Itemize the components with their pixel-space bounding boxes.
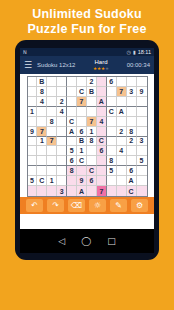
- cell-r8c8[interactable]: 6: [97, 146, 107, 156]
- cell-r1c1[interactable]: [28, 77, 38, 87]
- cell-r9c6[interactable]: C: [77, 156, 87, 166]
- home-icon[interactable]: ◯: [81, 237, 91, 246]
- hint-button[interactable]: ☼: [89, 199, 106, 212]
- cell-r7c1[interactable]: [28, 137, 38, 147]
- cell-r12c4[interactable]: 3: [57, 186, 67, 196]
- cell-r3c2[interactable]: 4: [37, 97, 47, 107]
- cell-r7c11[interactable]: 2: [127, 137, 137, 147]
- difficulty-label: Hard: [75, 59, 126, 65]
- cell-r10c8[interactable]: [97, 166, 107, 176]
- cell-r12c7[interactable]: [87, 186, 97, 196]
- cell-r7c8[interactable]: C: [97, 137, 107, 147]
- cell-r11c10[interactable]: [117, 176, 127, 186]
- cell-r11c11[interactable]: A: [127, 176, 137, 186]
- back-icon[interactable]: ◁: [58, 237, 65, 246]
- app-title: Sudoku 12x12: [37, 62, 75, 68]
- cell-r3c12[interactable]: [137, 97, 147, 107]
- hamburger-menu-icon[interactable]: ☰: [24, 61, 32, 70]
- cell-r7c2[interactable]: 1: [37, 137, 47, 147]
- cell-r3c6[interactable]: 7: [77, 97, 87, 107]
- cell-r7c3[interactable]: 7: [47, 137, 57, 147]
- cell-r2c1[interactable]: [28, 87, 38, 97]
- cell-r1c12[interactable]: [137, 77, 147, 87]
- cell-r4c5[interactable]: [67, 107, 77, 117]
- cell-r3c7[interactable]: [87, 97, 97, 107]
- cell-r10c7[interactable]: C: [87, 166, 97, 176]
- cell-r1c5[interactable]: [67, 77, 77, 87]
- cell-r1c7[interactable]: 2: [87, 77, 97, 87]
- cell-r8c9[interactable]: [107, 146, 117, 156]
- erase-button[interactable]: ⌫: [68, 199, 85, 212]
- cell-r1c2[interactable]: B: [37, 77, 47, 87]
- cell-r10c4[interactable]: [57, 166, 67, 176]
- cell-r1c11[interactable]: [127, 77, 137, 87]
- cell-r12c6[interactable]: A: [77, 186, 87, 196]
- cell-r2c11[interactable]: 3: [127, 87, 137, 97]
- cell-r11c7[interactable]: 6: [87, 176, 97, 186]
- cell-r9c12[interactable]: 5: [137, 156, 147, 166]
- notes-button[interactable]: ✎: [110, 199, 127, 212]
- cell-r2c4[interactable]: [57, 87, 67, 97]
- cell-r7c4[interactable]: [57, 137, 67, 147]
- cell-r12c2[interactable]: [37, 186, 47, 196]
- cell-r3c5[interactable]: [67, 97, 77, 107]
- cell-r8c5[interactable]: 5: [67, 146, 77, 156]
- cell-r9c9[interactable]: 8: [107, 156, 117, 166]
- cell-r11c12[interactable]: [137, 176, 147, 186]
- cell-r12c12[interactable]: [137, 186, 147, 196]
- cell-r2c8[interactable]: [97, 87, 107, 97]
- cell-r7c12[interactable]: 3: [137, 137, 147, 147]
- star-empty-icon: ★: [105, 66, 109, 71]
- cell-r9c3[interactable]: [47, 156, 57, 166]
- cell-r2c5[interactable]: [67, 87, 77, 97]
- cell-r6c8[interactable]: [97, 127, 107, 137]
- cell-r6c10[interactable]: 2: [117, 127, 127, 137]
- cell-r9c8[interactable]: [97, 156, 107, 166]
- cell-r3c3[interactable]: [47, 97, 57, 107]
- cell-r1c10[interactable]: [117, 77, 127, 87]
- cell-r4c4[interactable]: 4: [57, 107, 67, 117]
- cell-r3c8[interactable]: A: [97, 97, 107, 107]
- cell-r10c10[interactable]: [117, 166, 127, 176]
- difficulty-stars: ★★★★: [75, 66, 126, 72]
- cell-r4c8[interactable]: [97, 107, 107, 117]
- cell-r5c8[interactable]: 4: [97, 117, 107, 127]
- cell-r5c6[interactable]: [77, 117, 87, 127]
- cell-r10c3[interactable]: [47, 166, 57, 176]
- cell-r6c6[interactable]: 6: [77, 127, 87, 137]
- cell-r11c6[interactable]: 9: [77, 176, 87, 186]
- cell-r9c4[interactable]: [57, 156, 67, 166]
- cell-r8c2[interactable]: [37, 146, 47, 156]
- cell-r5c7[interactable]: 7: [87, 117, 97, 127]
- cell-r6c7[interactable]: 1: [87, 127, 97, 137]
- banner-line1: Unlimited Sudoku: [0, 7, 174, 22]
- cell-r3c1[interactable]: [28, 97, 38, 107]
- cell-r7c10[interactable]: [117, 137, 127, 147]
- banner-headline: Unlimited Sudoku Puzzle Fun for Free: [0, 7, 174, 37]
- cell-r7c7[interactable]: 8: [87, 137, 97, 147]
- cell-r10c2[interactable]: [37, 166, 47, 176]
- cell-r5c4[interactable]: [57, 117, 67, 127]
- cell-r6c3[interactable]: [47, 127, 57, 137]
- cell-r2c7[interactable]: B: [87, 87, 97, 97]
- cell-r11c2[interactable]: C: [37, 176, 47, 186]
- cell-r6c12[interactable]: [137, 127, 147, 137]
- cell-r2c12[interactable]: 9: [137, 87, 147, 97]
- cell-r1c4[interactable]: [57, 77, 67, 87]
- cell-r8c10[interactable]: 4: [117, 146, 127, 156]
- cell-r12c8[interactable]: 7: [97, 186, 107, 196]
- cell-r5c1[interactable]: [28, 117, 38, 127]
- cell-r6c9[interactable]: [107, 127, 117, 137]
- cell-r4c1[interactable]: 1: [28, 107, 38, 117]
- cell-r11c3[interactable]: 1: [47, 176, 57, 186]
- cell-r2c9[interactable]: [107, 87, 117, 97]
- cell-r9c10[interactable]: [117, 156, 127, 166]
- cell-r1c3[interactable]: [47, 77, 57, 87]
- cell-r2c10[interactable]: 7: [117, 87, 127, 97]
- cell-r8c6[interactable]: 1: [77, 146, 87, 156]
- cell-r4c11[interactable]: [127, 107, 137, 117]
- cell-r12c11[interactable]: C: [127, 186, 137, 196]
- cell-r8c7[interactable]: [87, 146, 97, 156]
- app-bar: ☰ Sudoku 12x12 Hard ★★★★ 00:00:34: [20, 56, 154, 74]
- cell-r5c9[interactable]: [107, 117, 117, 127]
- cell-r6c11[interactable]: 8: [127, 127, 137, 137]
- cell-r3c4[interactable]: 2: [57, 97, 67, 107]
- cell-r1c8[interactable]: [97, 77, 107, 87]
- cell-r5c3[interactable]: 8: [47, 117, 57, 127]
- cell-r4c7[interactable]: [87, 107, 97, 117]
- cell-r11c5[interactable]: [67, 176, 77, 186]
- cell-r3c10[interactable]: [117, 97, 127, 107]
- cell-r12c5[interactable]: [67, 186, 77, 196]
- cell-r12c10[interactable]: [117, 186, 127, 196]
- recents-icon[interactable]: □: [107, 237, 116, 246]
- cell-r6c4[interactable]: [57, 127, 67, 137]
- cell-r10c1[interactable]: [28, 166, 38, 176]
- cell-r4c2[interactable]: [37, 107, 47, 117]
- cell-r8c1[interactable]: [28, 146, 38, 156]
- phone-screen: N ◷ ▮ 18:11 ☰ Sudoku 12x12 Hard ★★★★ 00:…: [20, 48, 154, 253]
- cell-r7c6[interactable]: B: [77, 137, 87, 147]
- cell-r11c4[interactable]: [57, 176, 67, 186]
- cell-r2c3[interactable]: [47, 87, 57, 97]
- cell-r10c6[interactable]: [77, 166, 87, 176]
- cell-r12c3[interactable]: [47, 186, 57, 196]
- marketing-screenshot: { "banner": { "line1": "Unlimited Sudoku…: [0, 0, 174, 310]
- cell-r10c12[interactable]: [137, 166, 147, 176]
- redo-button[interactable]: ↷: [47, 199, 64, 212]
- cell-r5c2[interactable]: [37, 117, 47, 127]
- board-area: B268CB739427A14CA8C7497A612817B8C2351646…: [20, 74, 154, 197]
- cell-r12c1[interactable]: [28, 186, 38, 196]
- battery-icon: ▮: [133, 49, 136, 55]
- cell-r8c3[interactable]: [47, 146, 57, 156]
- cell-r3c11[interactable]: [127, 97, 137, 107]
- cell-r5c10[interactable]: [117, 117, 127, 127]
- cell-r7c9[interactable]: [107, 137, 117, 147]
- cell-r5c11[interactable]: [127, 117, 137, 127]
- game-timer: 00:00:34: [127, 62, 150, 68]
- cell-r12c9[interactable]: [107, 186, 117, 196]
- cell-r4c12[interactable]: [137, 107, 147, 117]
- action-toolbar: ↶↷⌫☼✎⚙: [20, 197, 154, 214]
- cell-r8c12[interactable]: [137, 146, 147, 156]
- cell-r6c5[interactable]: A: [67, 127, 77, 137]
- cell-r11c9[interactable]: [107, 176, 117, 186]
- undo-button[interactable]: ↶: [26, 199, 43, 212]
- cell-r9c7[interactable]: [87, 156, 97, 166]
- cell-r4c6[interactable]: [77, 107, 87, 117]
- cell-r6c2[interactable]: 7: [37, 127, 47, 137]
- cell-r11c1[interactable]: 5: [28, 176, 38, 186]
- cell-r10c9[interactable]: 5: [107, 166, 117, 176]
- cell-r9c1[interactable]: [28, 156, 38, 166]
- cell-r2c6[interactable]: C: [77, 87, 87, 97]
- cell-r8c11[interactable]: [127, 146, 137, 156]
- notification-icon: N: [23, 49, 27, 55]
- cell-r9c5[interactable]: 6: [67, 156, 77, 166]
- cell-r10c11[interactable]: 6: [127, 166, 137, 176]
- cell-r11c8[interactable]: [97, 176, 107, 186]
- cell-r4c10[interactable]: A: [117, 107, 127, 117]
- cell-r5c5[interactable]: C: [67, 117, 77, 127]
- cell-r4c3[interactable]: [47, 107, 57, 117]
- cell-r3c9[interactable]: [107, 97, 117, 107]
- phone-mockup: N ◷ ▮ 18:11 ☰ Sudoku 12x12 Hard ★★★★ 00:…: [15, 40, 159, 260]
- status-bar: N ◷ ▮ 18:11: [20, 48, 154, 56]
- sudoku-board: B268CB739427A14CA8C7497A612817B8C2351646…: [27, 76, 148, 197]
- cell-r5c12[interactable]: [137, 117, 147, 127]
- cell-r9c11[interactable]: [127, 156, 137, 166]
- cell-r1c6[interactable]: [77, 77, 87, 87]
- empty-strip: [20, 214, 154, 229]
- status-time: 18:11: [138, 49, 151, 55]
- cell-r9c2[interactable]: [37, 156, 47, 166]
- android-nav-bar: ◁ ◯ □: [20, 229, 154, 253]
- settings-button[interactable]: ⚙: [131, 199, 148, 212]
- cell-r4c9[interactable]: C: [107, 107, 117, 117]
- cell-r10c5[interactable]: 8: [67, 166, 77, 176]
- alarm-icon: ◷: [127, 49, 131, 55]
- cell-r2c2[interactable]: 8: [37, 87, 47, 97]
- banner-line2: Puzzle Fun for Free: [0, 22, 174, 37]
- difficulty-block: Hard ★★★★: [75, 59, 126, 72]
- cell-r1c9[interactable]: 6: [107, 77, 117, 87]
- cell-r7c5[interactable]: [67, 137, 77, 147]
- cell-r6c1[interactable]: 9: [28, 127, 38, 137]
- cell-r8c4[interactable]: [57, 146, 67, 156]
